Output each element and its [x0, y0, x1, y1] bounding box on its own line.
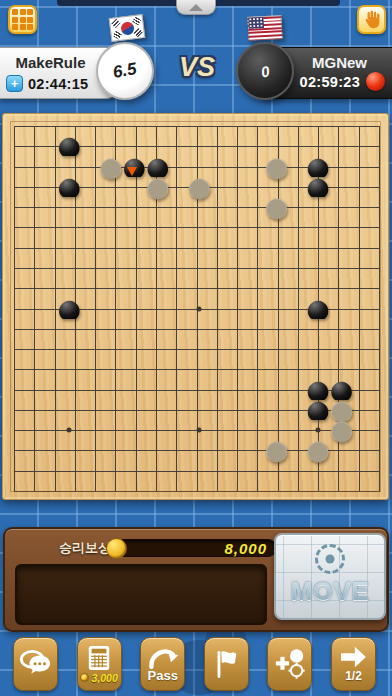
board-cell[interactable] — [146, 359, 170, 379]
board-cell[interactable] — [229, 339, 247, 359]
board-cell[interactable] — [371, 197, 389, 217]
board-cell[interactable] — [99, 481, 123, 501]
board-cell[interactable] — [4, 461, 22, 481]
board-cell[interactable] — [81, 440, 99, 460]
board-cell[interactable] — [353, 116, 371, 136]
board-cell[interactable] — [123, 400, 147, 420]
board-cell[interactable] — [371, 461, 389, 481]
board-cell[interactable] — [288, 440, 306, 460]
board-cell[interactable] — [288, 481, 306, 501]
board-cell[interactable] — [353, 298, 371, 318]
board-cell[interactable] — [371, 319, 389, 339]
board-cell[interactable] — [4, 359, 22, 379]
board-cell[interactable] — [265, 339, 289, 359]
board-cell[interactable] — [146, 238, 170, 258]
board-cell[interactable] — [288, 197, 306, 217]
board-cell[interactable] — [247, 359, 265, 379]
board-cell[interactable] — [40, 238, 58, 258]
board-cell[interactable] — [265, 400, 289, 420]
board-cell[interactable] — [170, 298, 188, 318]
resign-button[interactable] — [204, 637, 249, 691]
board-cell[interactable] — [229, 258, 247, 278]
board-cell[interactable] — [170, 278, 188, 298]
board-cell[interactable] — [123, 278, 147, 298]
board-cell[interactable] — [288, 298, 306, 318]
board-cell[interactable] — [99, 420, 123, 440]
board-cell[interactable] — [353, 217, 371, 237]
board-cell[interactable] — [99, 319, 123, 339]
board-cell[interactable] — [40, 379, 58, 399]
board-cell[interactable] — [288, 339, 306, 359]
board-cell[interactable] — [265, 298, 289, 318]
board-cell[interactable] — [229, 278, 247, 298]
board-cell[interactable] — [288, 156, 306, 176]
board-cell[interactable] — [81, 481, 99, 501]
board-cell[interactable]: ● — [99, 156, 123, 176]
add-time-button[interactable]: + — [6, 75, 23, 92]
board-cell[interactable] — [123, 258, 147, 278]
board-cell[interactable] — [22, 379, 40, 399]
board-cell[interactable] — [211, 136, 229, 156]
board-cell[interactable] — [247, 197, 265, 217]
board-cell[interactable] — [247, 258, 265, 278]
board-cell[interactable] — [371, 481, 389, 501]
board-cell[interactable] — [288, 359, 306, 379]
board-cell[interactable] — [211, 359, 229, 379]
board-cell[interactable]: ● — [265, 440, 289, 460]
board-cell[interactable] — [353, 440, 371, 460]
board-cell[interactable] — [81, 177, 99, 197]
board-cell[interactable] — [4, 339, 22, 359]
board-cell[interactable] — [22, 359, 40, 379]
board-cell[interactable] — [330, 217, 354, 237]
board-cell[interactable] — [371, 116, 389, 136]
board-cell[interactable] — [247, 420, 265, 440]
board-cell[interactable] — [247, 440, 265, 460]
board-cell[interactable] — [288, 319, 306, 339]
board-cell[interactable] — [188, 440, 212, 460]
board-cell[interactable] — [123, 319, 147, 339]
board-cell[interactable] — [188, 379, 212, 399]
board-cell[interactable] — [170, 420, 188, 440]
board-cell[interactable] — [229, 481, 247, 501]
board-cell[interactable] — [306, 481, 330, 501]
board-cell[interactable] — [99, 258, 123, 278]
board-cell[interactable] — [40, 461, 58, 481]
board-cell[interactable] — [22, 116, 40, 136]
board-cell[interactable] — [146, 379, 170, 399]
board-cell[interactable] — [81, 298, 99, 318]
move-button[interactable]: MOVE — [274, 533, 386, 620]
board-cell[interactable] — [229, 217, 247, 237]
board-cell[interactable] — [306, 339, 330, 359]
board-cell[interactable] — [81, 278, 99, 298]
board-cell[interactable] — [22, 136, 40, 156]
board-cell[interactable] — [211, 177, 229, 197]
board-cell[interactable] — [211, 420, 229, 440]
board-cell[interactable] — [247, 298, 265, 318]
board-cell[interactable] — [188, 136, 212, 156]
board-cell[interactable]: ● — [306, 440, 330, 460]
board-cell[interactable] — [22, 177, 40, 197]
board-cell[interactable] — [123, 298, 147, 318]
board-cell[interactable] — [211, 156, 229, 176]
board-cell[interactable] — [40, 298, 58, 318]
board-cell[interactable] — [371, 379, 389, 399]
board-cell[interactable] — [265, 238, 289, 258]
board-cell[interactable] — [229, 379, 247, 399]
chat-log-box[interactable] — [15, 564, 267, 625]
board-cell[interactable] — [188, 217, 212, 237]
board-cell[interactable] — [353, 379, 371, 399]
board-cell[interactable] — [371, 339, 389, 359]
board-cell[interactable] — [371, 217, 389, 237]
board-cell[interactable] — [330, 116, 354, 136]
board-cell[interactable] — [40, 400, 58, 420]
board-cell[interactable] — [40, 359, 58, 379]
chat-button[interactable] — [13, 637, 58, 691]
board-cell[interactable] — [81, 116, 99, 136]
board-cell[interactable] — [4, 400, 22, 420]
board-cell[interactable] — [371, 177, 389, 197]
board-cell[interactable] — [4, 278, 22, 298]
board-cell[interactable] — [22, 481, 40, 501]
board-cell[interactable] — [40, 420, 58, 440]
board-cell[interactable] — [22, 156, 40, 176]
board-cell[interactable] — [247, 116, 265, 136]
board-cell[interactable]: ● — [58, 298, 82, 318]
board-cell[interactable] — [353, 177, 371, 197]
board-cell[interactable] — [330, 177, 354, 197]
board-cell[interactable] — [288, 461, 306, 481]
board-cell[interactable] — [371, 298, 389, 318]
board-cell[interactable] — [371, 258, 389, 278]
board-cell[interactable] — [4, 258, 22, 278]
board-cell[interactable] — [99, 339, 123, 359]
board-cell[interactable] — [58, 258, 82, 278]
board-cell[interactable] — [40, 481, 58, 501]
board-cell[interactable] — [211, 440, 229, 460]
board-cell[interactable] — [306, 238, 330, 258]
board-cell[interactable] — [306, 258, 330, 278]
board-cell[interactable] — [211, 339, 229, 359]
board-cell[interactable] — [40, 217, 58, 237]
board-cell[interactable] — [229, 461, 247, 481]
board-cell[interactable] — [146, 481, 170, 501]
board-cell[interactable] — [353, 238, 371, 258]
board-cell[interactable] — [330, 461, 354, 481]
board-cell[interactable] — [170, 319, 188, 339]
board-cell[interactable] — [330, 258, 354, 278]
board-cell[interactable] — [123, 197, 147, 217]
board-cell[interactable] — [22, 238, 40, 258]
board-cell[interactable] — [58, 217, 82, 237]
board-cell[interactable] — [40, 197, 58, 217]
board-cell[interactable] — [40, 177, 58, 197]
board-cell[interactable] — [123, 339, 147, 359]
board-cell[interactable] — [22, 420, 40, 440]
board-cell[interactable] — [99, 217, 123, 237]
board-cell[interactable] — [229, 197, 247, 217]
board-cell[interactable] — [99, 379, 123, 399]
board-cell[interactable] — [58, 461, 82, 481]
score-estimate-button[interactable]: 3,000 — [77, 637, 122, 691]
board-cell[interactable]: ● — [188, 177, 212, 197]
board-cell[interactable] — [123, 440, 147, 460]
board-cell[interactable] — [265, 359, 289, 379]
board-cell[interactable] — [188, 238, 212, 258]
board-cell[interactable] — [81, 359, 99, 379]
board-cell[interactable] — [188, 481, 212, 501]
board-cell[interactable] — [81, 217, 99, 237]
board-cell[interactable] — [229, 440, 247, 460]
board-cell[interactable] — [229, 420, 247, 440]
board-cell[interactable] — [188, 461, 212, 481]
board-cell[interactable] — [22, 339, 40, 359]
board-cell[interactable] — [353, 359, 371, 379]
board-cell[interactable] — [288, 420, 306, 440]
add-stone-button[interactable] — [267, 637, 312, 691]
board-cell[interactable] — [22, 278, 40, 298]
board-cell[interactable] — [170, 136, 188, 156]
board-cell[interactable] — [170, 238, 188, 258]
board-cell[interactable] — [247, 319, 265, 339]
board-cell[interactable] — [330, 298, 354, 318]
board-cell[interactable] — [229, 400, 247, 420]
board-cell[interactable] — [170, 481, 188, 501]
board-cell[interactable] — [211, 319, 229, 339]
board-cell[interactable] — [146, 339, 170, 359]
board-cell[interactable] — [170, 258, 188, 278]
board-cell[interactable] — [229, 156, 247, 176]
board-cell[interactable] — [353, 197, 371, 217]
board-cell[interactable] — [170, 359, 188, 379]
board-cell[interactable] — [330, 156, 354, 176]
board-cell[interactable] — [371, 400, 389, 420]
board-cell[interactable] — [99, 440, 123, 460]
board-cell[interactable] — [170, 116, 188, 136]
board-cell[interactable] — [22, 197, 40, 217]
board-cell[interactable] — [330, 136, 354, 156]
board-cell[interactable] — [247, 278, 265, 298]
board-cell[interactable] — [288, 238, 306, 258]
board-cell[interactable] — [58, 400, 82, 420]
board-cell[interactable]: ● — [265, 197, 289, 217]
board-cell[interactable] — [4, 298, 22, 318]
board-cell[interactable] — [371, 238, 389, 258]
board-cell[interactable] — [288, 136, 306, 156]
board-cell[interactable] — [211, 278, 229, 298]
board-cell[interactable] — [123, 238, 147, 258]
board-cell[interactable] — [330, 319, 354, 339]
board-cell[interactable] — [353, 461, 371, 481]
board-cell[interactable] — [40, 156, 58, 176]
board-cell[interactable]: ● — [306, 177, 330, 197]
board-cell[interactable] — [288, 278, 306, 298]
board-cell[interactable] — [40, 440, 58, 460]
board-cell[interactable] — [247, 339, 265, 359]
board-cell[interactable] — [4, 420, 22, 440]
next-page-button[interactable]: 1/2 — [331, 637, 376, 691]
board-cell[interactable] — [99, 461, 123, 481]
board-cell[interactable] — [188, 298, 212, 318]
board-cell[interactable] — [229, 238, 247, 258]
board-cell[interactable] — [22, 461, 40, 481]
board-cell[interactable] — [188, 278, 212, 298]
menu-grid-button[interactable] — [8, 5, 37, 34]
board-cell[interactable] — [170, 339, 188, 359]
board-cell[interactable]: ● — [265, 156, 289, 176]
board-cell[interactable] — [146, 319, 170, 339]
board-cell[interactable] — [371, 278, 389, 298]
board-cell[interactable] — [170, 461, 188, 481]
board-cell[interactable] — [170, 440, 188, 460]
board-cell[interactable] — [229, 319, 247, 339]
board-cell[interactable] — [81, 461, 99, 481]
board-cell[interactable] — [146, 217, 170, 237]
board-cell[interactable] — [22, 400, 40, 420]
board-cell[interactable]: ● — [306, 400, 330, 420]
board-cell[interactable] — [4, 238, 22, 258]
board-cell[interactable] — [371, 136, 389, 156]
board-cell[interactable] — [229, 116, 247, 136]
board-cell[interactable] — [353, 319, 371, 339]
board-cell[interactable] — [99, 298, 123, 318]
board-cell[interactable] — [40, 319, 58, 339]
board-cell[interactable] — [265, 278, 289, 298]
board-cell[interactable] — [265, 116, 289, 136]
board-cell[interactable] — [4, 379, 22, 399]
board-cell[interactable] — [265, 481, 289, 501]
board-cell[interactable] — [247, 481, 265, 501]
board-cell[interactable] — [229, 359, 247, 379]
hand-button[interactable] — [357, 5, 386, 34]
board-cell[interactable] — [40, 116, 58, 136]
board-cell[interactable] — [353, 156, 371, 176]
board-cell[interactable] — [247, 379, 265, 399]
board-cell[interactable] — [146, 420, 170, 440]
board-cell[interactable] — [4, 116, 22, 136]
board-cell[interactable] — [211, 461, 229, 481]
board-cell[interactable] — [123, 481, 147, 501]
board-cell[interactable] — [371, 359, 389, 379]
board-cell[interactable] — [4, 481, 22, 501]
board-cell[interactable] — [146, 461, 170, 481]
board-cell[interactable] — [330, 278, 354, 298]
board-cell[interactable]: ● — [330, 420, 354, 440]
board-cell[interactable] — [188, 420, 212, 440]
board-cell[interactable] — [81, 238, 99, 258]
board-cell[interactable] — [288, 258, 306, 278]
board-cell[interactable] — [58, 359, 82, 379]
board-cell[interactable] — [123, 461, 147, 481]
board-cell[interactable] — [146, 298, 170, 318]
board-cell[interactable] — [188, 400, 212, 420]
board-cell[interactable] — [22, 440, 40, 460]
board-cell[interactable] — [211, 217, 229, 237]
board-cell[interactable] — [211, 400, 229, 420]
board-cell[interactable] — [247, 238, 265, 258]
board-cell[interactable] — [353, 420, 371, 440]
board-cell[interactable] — [81, 400, 99, 420]
board-cell[interactable]: ● — [58, 177, 82, 197]
board-cell[interactable] — [4, 197, 22, 217]
board-cell[interactable]: ● — [306, 298, 330, 318]
board-cell[interactable] — [22, 217, 40, 237]
board-cell[interactable] — [247, 461, 265, 481]
board-cell[interactable] — [81, 258, 99, 278]
board-cell[interactable] — [188, 116, 212, 136]
board-cell[interactable] — [353, 481, 371, 501]
board-cell[interactable] — [40, 278, 58, 298]
board-cell[interactable] — [146, 116, 170, 136]
board-cell[interactable] — [58, 420, 82, 440]
board-cell[interactable] — [371, 156, 389, 176]
board-cell[interactable] — [123, 116, 147, 136]
board-cell[interactable] — [229, 136, 247, 156]
board-cell[interactable] — [4, 217, 22, 237]
board-cell[interactable] — [330, 197, 354, 217]
board-cell[interactable] — [247, 177, 265, 197]
board-cell[interactable] — [58, 481, 82, 501]
board-cell[interactable] — [4, 136, 22, 156]
board-cell[interactable] — [353, 278, 371, 298]
board-cell[interactable]: ● — [146, 177, 170, 197]
board-cell[interactable] — [146, 440, 170, 460]
board-cell[interactable] — [288, 116, 306, 136]
board-cell[interactable] — [58, 440, 82, 460]
board-cell[interactable] — [265, 319, 289, 339]
board-cell[interactable] — [229, 298, 247, 318]
board-cell[interactable] — [170, 217, 188, 237]
board-cell[interactable] — [123, 359, 147, 379]
board-cell[interactable] — [247, 217, 265, 237]
board-cell[interactable] — [247, 136, 265, 156]
board-cell[interactable] — [188, 339, 212, 359]
board-cell[interactable] — [353, 400, 371, 420]
board-cell[interactable] — [265, 379, 289, 399]
board-cell[interactable] — [353, 258, 371, 278]
board-cell[interactable] — [288, 217, 306, 237]
board-cell[interactable] — [170, 156, 188, 176]
pass-button[interactable]: Pass — [140, 637, 185, 691]
board-cell[interactable] — [247, 156, 265, 176]
board-cell[interactable] — [146, 278, 170, 298]
board-cell[interactable] — [188, 319, 212, 339]
board-cell[interactable] — [353, 339, 371, 359]
board-cell[interactable] — [58, 238, 82, 258]
board-cell[interactable] — [330, 238, 354, 258]
board-cell[interactable] — [40, 258, 58, 278]
board-cell[interactable] — [211, 379, 229, 399]
board-cell[interactable] — [330, 339, 354, 359]
board-cell[interactable] — [188, 359, 212, 379]
board-cell[interactable] — [40, 339, 58, 359]
board-cell[interactable] — [99, 400, 123, 420]
board-cell[interactable] — [211, 116, 229, 136]
board-cell[interactable] — [4, 156, 22, 176]
board-cell[interactable] — [170, 177, 188, 197]
board-cell[interactable] — [4, 177, 22, 197]
board-cell[interactable] — [123, 420, 147, 440]
board-cell[interactable] — [211, 258, 229, 278]
board-cell[interactable] — [4, 319, 22, 339]
board-cell[interactable] — [306, 116, 330, 136]
board-cell[interactable] — [81, 339, 99, 359]
board-cell[interactable]: ● — [123, 156, 147, 176]
board-cell[interactable] — [99, 197, 123, 217]
board-cell[interactable] — [81, 197, 99, 217]
